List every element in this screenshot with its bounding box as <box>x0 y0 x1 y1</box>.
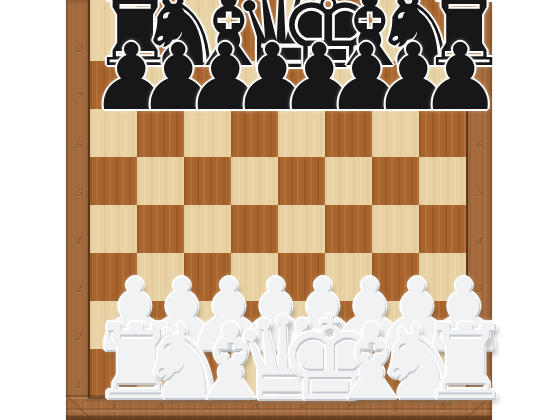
white-bishop-c1[interactable]: ♝ <box>184 310 231 414</box>
square-c4[interactable] <box>184 205 231 253</box>
rank-left-label-4: 4 <box>66 235 90 247</box>
square-b5[interactable] <box>137 157 184 205</box>
black-pawn-h7[interactable]: ♟ <box>419 32 466 124</box>
square-f4[interactable] <box>325 205 372 253</box>
square-h5[interactable] <box>419 157 466 205</box>
white-knight-g1[interactable]: ♞ <box>372 310 419 414</box>
white-bishop-f1[interactable]: ♝ <box>325 310 372 414</box>
rank-left-label-1: 1 <box>66 379 90 391</box>
square-g5[interactable] <box>372 157 419 205</box>
square-a5[interactable] <box>90 157 137 205</box>
square-d4[interactable] <box>231 205 278 253</box>
square-e5[interactable] <box>278 157 325 205</box>
square-f5[interactable] <box>325 157 372 205</box>
rank-right-label-6: 6 <box>466 139 492 151</box>
rank-left-label-5: 5 <box>66 187 90 199</box>
white-king-e1[interactable]: ♚ <box>278 301 325 417</box>
rank-right-label-5: 5 <box>466 187 492 199</box>
rank-left-label-6: 6 <box>66 139 90 151</box>
rank-left-label-7: 7 <box>66 91 90 103</box>
frame-miter-bottom-left <box>66 395 90 418</box>
square-a4[interactable] <box>90 205 137 253</box>
app-canvas: 8877665544332211abcdefgh ♜♞♝♛♚♝♞♜♟♟♟♟♟♟♟… <box>0 0 560 420</box>
square-g4[interactable] <box>372 205 419 253</box>
black-pawn-d7[interactable]: ♟ <box>231 32 278 124</box>
rank-right-label-4: 4 <box>466 235 492 247</box>
black-pawn-g7[interactable]: ♟ <box>372 32 419 124</box>
square-d5[interactable] <box>231 157 278 205</box>
square-b4[interactable] <box>137 205 184 253</box>
black-pawn-a7[interactable]: ♟ <box>90 32 137 124</box>
black-pawn-e7[interactable]: ♟ <box>278 32 325 124</box>
white-rook-h1[interactable]: ♜ <box>419 310 466 414</box>
square-c5[interactable] <box>184 157 231 205</box>
rank-left-label-8: 8 <box>66 43 90 55</box>
square-h4[interactable] <box>419 205 466 253</box>
square-e4[interactable] <box>278 205 325 253</box>
white-knight-b1[interactable]: ♞ <box>137 310 184 414</box>
white-queen-d1[interactable]: ♛ <box>231 301 278 417</box>
rank-left-label-3: 3 <box>66 283 90 295</box>
white-rook-a1[interactable]: ♜ <box>90 310 137 414</box>
black-pawn-c7[interactable]: ♟ <box>184 32 231 124</box>
black-pawn-b7[interactable]: ♟ <box>137 32 184 124</box>
rank-left-label-2: 2 <box>66 331 90 343</box>
black-pawn-f7[interactable]: ♟ <box>325 32 372 124</box>
